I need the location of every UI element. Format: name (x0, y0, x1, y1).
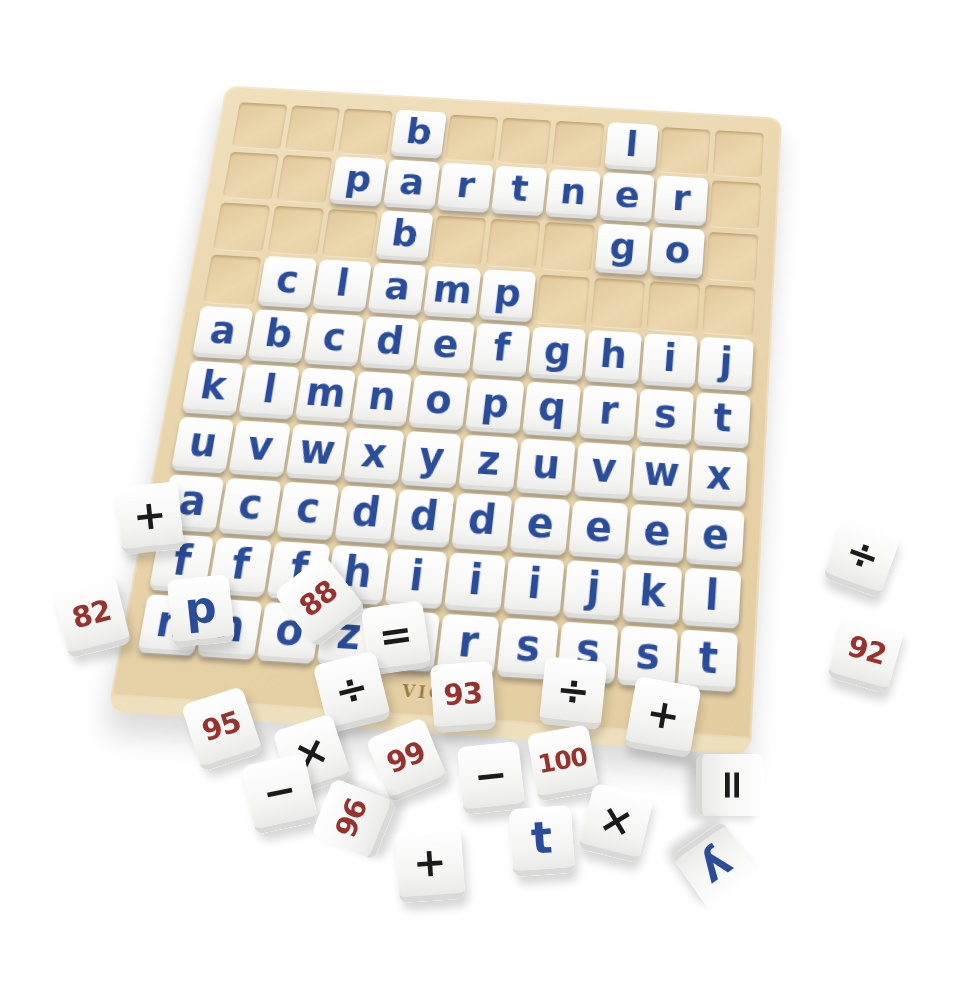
tile-glyph: − (472, 753, 510, 796)
scatter-tile-88[interactable]: 88 (273, 554, 367, 649)
scatter-tile-93[interactable]: 93 (430, 661, 497, 733)
scatter-tile-95[interactable]: 95 (181, 686, 263, 772)
scatter-tile-96[interactable]: 96 (311, 778, 397, 861)
tile-glyph: ÷ (330, 666, 372, 713)
tile-glyph: = (376, 613, 415, 657)
tile-glyph: 88 (294, 575, 342, 621)
scatter-tile-divide-1[interactable]: ÷ (823, 516, 902, 599)
tile-glyph: p (183, 584, 219, 631)
tile-glyph: 99 (383, 737, 429, 778)
tile-glyph: + (131, 493, 169, 536)
tile-glyph: + (412, 841, 448, 883)
scatter-tile-equals-rotated[interactable]: = (696, 754, 764, 816)
scatter-tile-divide-3[interactable]: ÷ (539, 656, 608, 730)
scatter-tile-y-rotated[interactable]: y (671, 820, 761, 911)
tile-glyph: y (693, 842, 742, 894)
tile-glyph: × (596, 797, 638, 844)
tile-glyph: 95 (198, 706, 243, 745)
tile-glyph: ÷ (555, 668, 593, 711)
product-photo-stage: blpartnerbgoclampabcdefghijklmnopqrstuvw… (0, 0, 973, 1000)
tile-glyph: ÷ (840, 530, 885, 579)
scatter-tile-t[interactable]: t (509, 805, 576, 877)
scatter-tile-plus-2[interactable]: + (624, 676, 702, 758)
scatter-tile-multiply-2[interactable]: × (578, 783, 655, 864)
scatter-tile-92[interactable]: 92 (827, 612, 905, 694)
scatter-tile-p[interactable]: p (167, 574, 236, 648)
scatter-tile-minus-2[interactable]: − (457, 741, 526, 815)
tile-glyph: 96 (331, 795, 372, 841)
tile-glyph: t (530, 815, 554, 860)
tile-glyph: − (259, 768, 300, 814)
scatter-tile-100[interactable]: 100 (527, 724, 600, 802)
tile-glyph: 92 (844, 631, 889, 669)
tile-glyph: 100 (536, 743, 589, 776)
tile-glyph: + (644, 691, 684, 736)
scatter-tile-82[interactable]: 82 (52, 575, 131, 658)
scatter-tile-plus-3[interactable]: + (395, 827, 466, 903)
scatter-tile-plus-1[interactable]: + (116, 481, 185, 555)
tile-glyph: 93 (443, 678, 483, 710)
tile-glyph: = (713, 768, 753, 802)
scattered-tiles-layer: +÷82p88=92÷93÷+95×99−96−100=+t×y (0, 0, 973, 1000)
tile-glyph: 82 (69, 595, 113, 632)
